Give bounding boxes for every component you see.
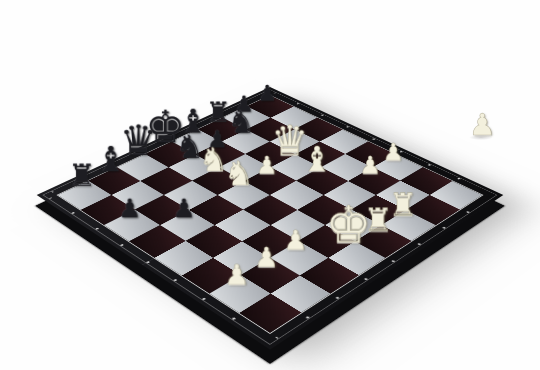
white-pawn[interactable]: ♟	[383, 141, 404, 163]
board-frame: ♜♝♛♚♝♜♟♟♞♟♞♟♞♟♞♟♛♝♟♟♟♟♟♚♜♜	[37, 87, 504, 349]
black-pawn[interactable]: ♟	[173, 197, 196, 221]
square-h1[interactable]	[429, 181, 482, 210]
white-pawn[interactable]: ♟	[359, 154, 381, 176]
white-knight[interactable]: ♞	[224, 158, 254, 189]
square-e4[interactable]	[270, 181, 323, 210]
photo-scene: ♜♝♛♚♝♜♟♟♞♟♞♟♞♟♞♟♛♝♟♟♟♟♟♚♜♜ ♟	[0, 0, 540, 370]
black-pawn[interactable]: ♟	[257, 83, 277, 103]
white-pawn[interactable]: ♟	[283, 228, 307, 253]
white-bishop[interactable]: ♝	[301, 143, 332, 175]
board-grid: ♜♝♛♚♝♜♟♟♞♟♞♟♞♟♞♟♛♝♟♟♟♟♟♚♜♜	[56, 95, 483, 334]
black-knight[interactable]: ♞	[228, 108, 256, 137]
white-pawn[interactable]: ♟	[224, 262, 249, 288]
square-d1[interactable]: ♚	[328, 241, 386, 275]
square-d5[interactable]: ♞	[217, 181, 270, 210]
black-pawn[interactable]: ♟	[118, 197, 141, 221]
off-board-white-pawn[interactable]: ♟	[469, 110, 496, 140]
chess-board: ♜♝♛♚♝♜♟♟♞♟♞♟♞♟♞♟♛♝♟♟♟♟♟♚♜♜	[37, 87, 504, 349]
white-pawn[interactable]: ♟	[254, 245, 279, 270]
black-bishop[interactable]: ♝	[95, 143, 126, 175]
black-rook[interactable]: ♜	[68, 161, 96, 189]
white-king[interactable]: ♚	[326, 201, 372, 248]
white-rook[interactable]: ♜	[389, 190, 418, 219]
white-pawn[interactable]: ♟	[256, 154, 278, 176]
